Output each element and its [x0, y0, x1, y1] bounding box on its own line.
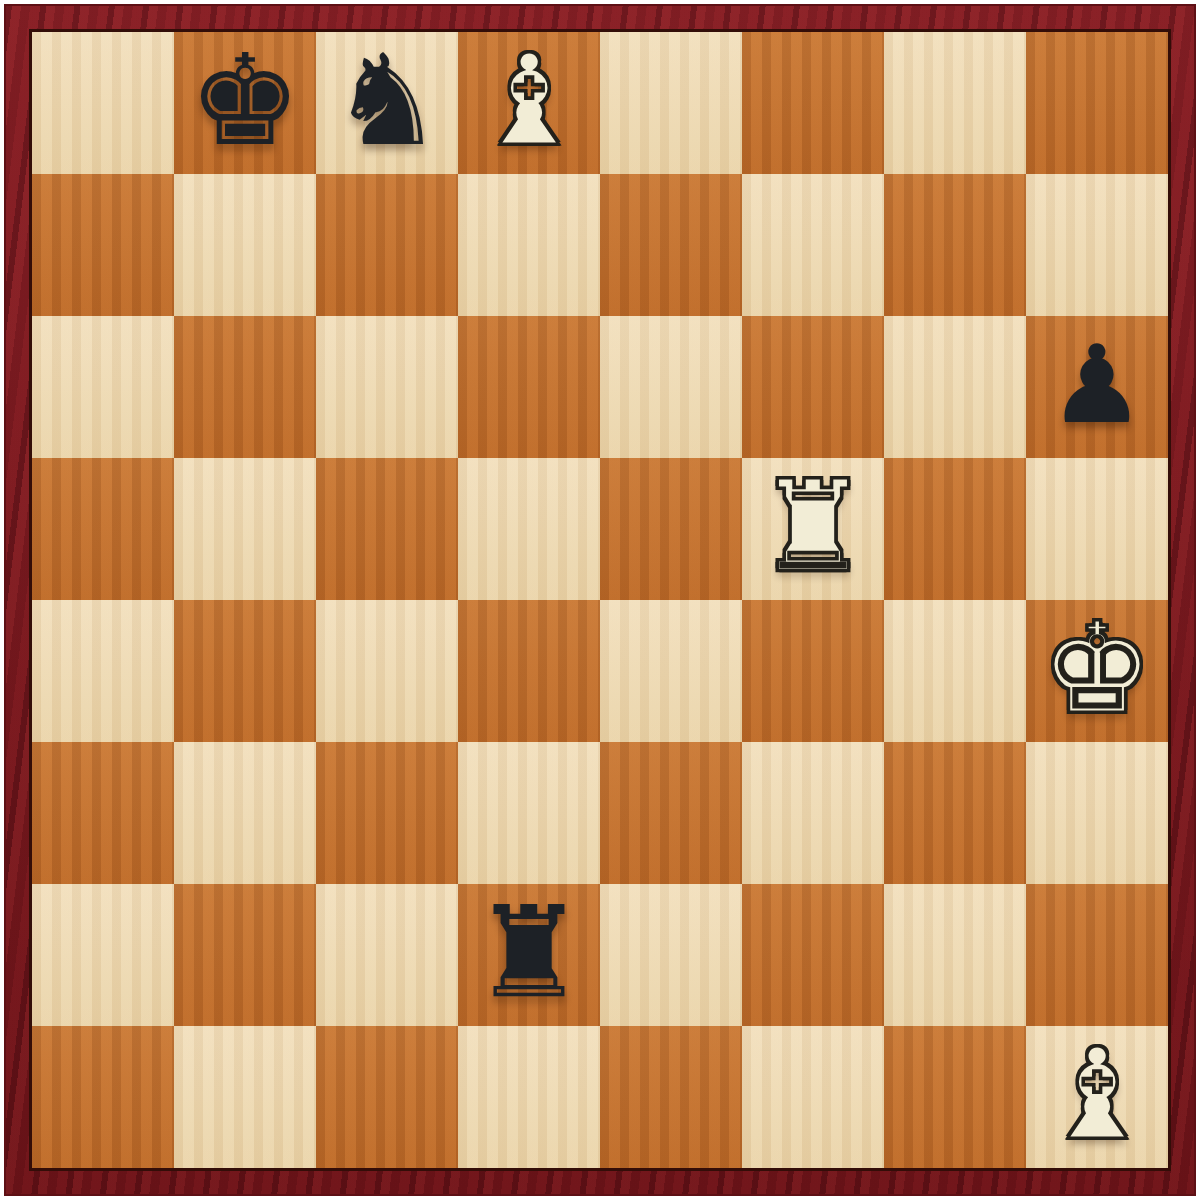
square-f1[interactable] — [742, 1026, 884, 1168]
piece-white-bishop[interactable]: ♝ — [1041, 1032, 1154, 1158]
square-e3[interactable] — [600, 742, 742, 884]
square-f7[interactable] — [742, 174, 884, 316]
square-c8[interactable]: ♞ — [316, 32, 458, 174]
square-e6[interactable] — [600, 316, 742, 458]
piece-black-pawn[interactable]: ♟ — [1049, 331, 1146, 439]
square-b1[interactable] — [174, 1026, 316, 1168]
square-d2[interactable]: ♜ — [458, 884, 600, 1026]
square-g7[interactable] — [884, 174, 1026, 316]
square-b2[interactable] — [174, 884, 316, 1026]
square-h3[interactable] — [1026, 742, 1168, 884]
square-h8[interactable] — [1026, 32, 1168, 174]
square-d3[interactable] — [458, 742, 600, 884]
square-b6[interactable] — [174, 316, 316, 458]
square-e8[interactable] — [600, 32, 742, 174]
square-c7[interactable] — [316, 174, 458, 316]
square-f6[interactable] — [742, 316, 884, 458]
square-b8[interactable]: ♚ — [174, 32, 316, 174]
square-f4[interactable] — [742, 600, 884, 742]
square-c2[interactable] — [316, 884, 458, 1026]
square-b7[interactable] — [174, 174, 316, 316]
piece-white-bishop[interactable]: ♝ — [473, 38, 586, 164]
square-c4[interactable] — [316, 600, 458, 742]
square-c5[interactable] — [316, 458, 458, 600]
square-d4[interactable] — [458, 600, 600, 742]
square-a8[interactable] — [32, 32, 174, 174]
square-b5[interactable] — [174, 458, 316, 600]
square-g4[interactable] — [884, 600, 1026, 742]
square-f5[interactable]: ♜ — [742, 458, 884, 600]
square-h1[interactable]: ♝ — [1026, 1026, 1168, 1168]
square-g3[interactable] — [884, 742, 1026, 884]
square-f2[interactable] — [742, 884, 884, 1026]
square-e1[interactable] — [600, 1026, 742, 1168]
square-a1[interactable] — [32, 1026, 174, 1168]
square-g5[interactable] — [884, 458, 1026, 600]
square-d8[interactable]: ♝ — [458, 32, 600, 174]
piece-white-king[interactable]: ♚ — [1041, 606, 1154, 732]
square-h6[interactable]: ♟ — [1026, 316, 1168, 458]
square-d6[interactable] — [458, 316, 600, 458]
square-d7[interactable] — [458, 174, 600, 316]
square-c1[interactable] — [316, 1026, 458, 1168]
square-c3[interactable] — [316, 742, 458, 884]
square-g8[interactable] — [884, 32, 1026, 174]
square-g6[interactable] — [884, 316, 1026, 458]
piece-black-king[interactable]: ♚ — [189, 38, 302, 164]
square-a2[interactable] — [32, 884, 174, 1026]
piece-white-rook[interactable]: ♜ — [757, 464, 870, 590]
board-inner-line: ♚♞♝♟♜♚♜♝ — [29, 29, 1171, 1171]
chess-board: ♚♞♝♟♜♚♜♝ — [32, 32, 1168, 1168]
square-b4[interactable] — [174, 600, 316, 742]
square-f3[interactable] — [742, 742, 884, 884]
wood-border: ♚♞♝♟♜♚♜♝ — [4, 4, 1196, 1196]
square-a5[interactable] — [32, 458, 174, 600]
board-frame: ♚♞♝♟♜♚♜♝ — [0, 0, 1200, 1200]
square-h2[interactable] — [1026, 884, 1168, 1026]
square-a7[interactable] — [32, 174, 174, 316]
square-a4[interactable] — [32, 600, 174, 742]
square-b3[interactable] — [174, 742, 316, 884]
square-a3[interactable] — [32, 742, 174, 884]
square-a6[interactable] — [32, 316, 174, 458]
square-e5[interactable] — [600, 458, 742, 600]
square-d5[interactable] — [458, 458, 600, 600]
square-g2[interactable] — [884, 884, 1026, 1026]
square-h5[interactable] — [1026, 458, 1168, 600]
square-g1[interactable] — [884, 1026, 1026, 1168]
square-d1[interactable] — [458, 1026, 600, 1168]
square-h7[interactable] — [1026, 174, 1168, 316]
square-e2[interactable] — [600, 884, 742, 1026]
piece-black-rook[interactable]: ♜ — [473, 890, 586, 1016]
piece-black-knight[interactable]: ♞ — [331, 38, 444, 164]
square-f8[interactable] — [742, 32, 884, 174]
square-h4[interactable]: ♚ — [1026, 600, 1168, 742]
square-e7[interactable] — [600, 174, 742, 316]
square-e4[interactable] — [600, 600, 742, 742]
square-c6[interactable] — [316, 316, 458, 458]
